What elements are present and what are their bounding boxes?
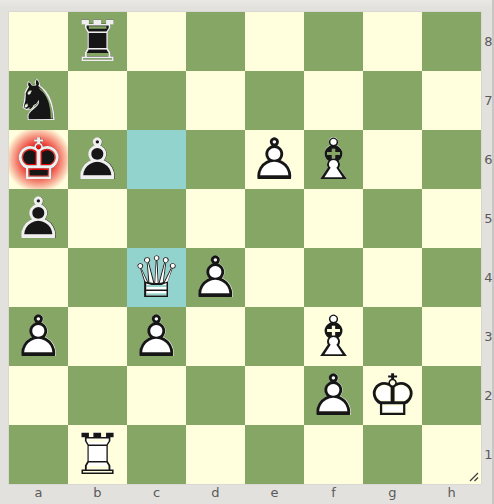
square-d3[interactable] [186, 307, 245, 366]
square-a7[interactable]: ♞♘ [9, 71, 68, 130]
square-c8[interactable] [127, 12, 186, 71]
white-queen[interactable]: ♛♕ [127, 248, 186, 307]
file-label-d: d [186, 483, 245, 501]
black-king[interactable]: ♚♔ [9, 130, 68, 189]
square-g1[interactable] [363, 425, 422, 484]
square-g2[interactable]: ♚♔ [363, 366, 422, 425]
square-a3[interactable]: ♟♙ [9, 307, 68, 366]
square-d7[interactable] [186, 71, 245, 130]
file-label-g: g [363, 483, 422, 501]
square-h6[interactable] [422, 130, 481, 189]
file-label-e: e [245, 483, 304, 501]
chess-board: ♜♖♞♘♚♔♟♙♟♙♝♗♟♙♛♕♟♙♟♙♟♙♝♗♟♙♚♔♜♖ [9, 12, 481, 484]
square-g4[interactable] [363, 248, 422, 307]
black-pawn[interactable]: ♟♙ [68, 130, 127, 189]
white-pawn[interactable]: ♟♙ [9, 307, 68, 366]
square-e8[interactable] [245, 12, 304, 71]
square-e6[interactable]: ♟♙ [245, 130, 304, 189]
knight-glyph-outline: ♘ [9, 71, 68, 130]
rook-glyph-outline: ♖ [68, 12, 127, 71]
square-f8[interactable] [304, 12, 363, 71]
square-d5[interactable] [186, 189, 245, 248]
square-a2[interactable] [9, 366, 68, 425]
black-knight[interactable]: ♞♘ [9, 71, 68, 130]
square-c2[interactable] [127, 366, 186, 425]
square-b8[interactable]: ♜♖ [68, 12, 127, 71]
square-g6[interactable] [363, 130, 422, 189]
pawn-glyph-outline: ♙ [304, 366, 363, 425]
square-g8[interactable] [363, 12, 422, 71]
rook-glyph-outline: ♖ [68, 425, 127, 484]
white-bishop[interactable]: ♝♗ [304, 307, 363, 366]
black-pawn[interactable]: ♟♙ [9, 189, 68, 248]
square-d1[interactable] [186, 425, 245, 484]
file-label-h: h [422, 483, 481, 501]
square-g5[interactable] [363, 189, 422, 248]
file-label-b: b [68, 483, 127, 501]
pawn-glyph-outline: ♙ [68, 130, 127, 189]
square-c7[interactable] [127, 71, 186, 130]
white-pawn[interactable]: ♟♙ [245, 130, 304, 189]
file-label-f: f [304, 483, 363, 501]
white-king[interactable]: ♚♔ [363, 366, 422, 425]
square-b7[interactable] [68, 71, 127, 130]
square-b6[interactable]: ♟♙ [68, 130, 127, 189]
square-f6[interactable]: ♝♗ [304, 130, 363, 189]
square-g7[interactable] [363, 71, 422, 130]
square-h7[interactable] [422, 71, 481, 130]
square-f2[interactable]: ♟♙ [304, 366, 363, 425]
square-a1[interactable] [9, 425, 68, 484]
pawn-glyph-outline: ♙ [9, 307, 68, 366]
pawn-glyph-outline: ♙ [127, 307, 186, 366]
square-h4[interactable] [422, 248, 481, 307]
page: ♜♖♞♘♚♔♟♙♟♙♝♗♟♙♛♕♟♙♟♙♟♙♝♗♟♙♚♔♜♖ 87654321 … [0, 0, 494, 504]
square-e2[interactable] [245, 366, 304, 425]
square-c6[interactable] [127, 130, 186, 189]
pawn-glyph-outline: ♙ [9, 189, 68, 248]
square-c1[interactable] [127, 425, 186, 484]
white-bishop[interactable]: ♝♗ [304, 130, 363, 189]
square-f1[interactable] [304, 425, 363, 484]
square-f5[interactable] [304, 189, 363, 248]
king-glyph-outline: ♔ [9, 130, 68, 189]
square-c5[interactable] [127, 189, 186, 248]
square-e4[interactable] [245, 248, 304, 307]
king-glyph-outline: ♔ [363, 366, 422, 425]
black-rook[interactable]: ♜♖ [68, 12, 127, 71]
square-a5[interactable]: ♟♙ [9, 189, 68, 248]
square-d4[interactable]: ♟♙ [186, 248, 245, 307]
white-pawn[interactable]: ♟♙ [186, 248, 245, 307]
square-d8[interactable] [186, 12, 245, 71]
square-a8[interactable] [9, 12, 68, 71]
square-c3[interactable]: ♟♙ [127, 307, 186, 366]
bishop-glyph-outline: ♗ [304, 307, 363, 366]
square-e5[interactable] [245, 189, 304, 248]
white-pawn[interactable]: ♟♙ [304, 366, 363, 425]
square-h3[interactable] [422, 307, 481, 366]
square-g3[interactable] [363, 307, 422, 366]
square-d2[interactable] [186, 366, 245, 425]
square-h8[interactable] [422, 12, 481, 71]
file-label-c: c [127, 483, 186, 501]
bishop-glyph-outline: ♗ [304, 130, 363, 189]
square-b5[interactable] [68, 189, 127, 248]
square-f4[interactable] [304, 248, 363, 307]
white-rook[interactable]: ♜♖ [68, 425, 127, 484]
pawn-glyph-outline: ♙ [186, 248, 245, 307]
pawn-glyph-outline: ♙ [245, 130, 304, 189]
square-e3[interactable] [245, 307, 304, 366]
square-b1[interactable]: ♜♖ [68, 425, 127, 484]
square-b2[interactable] [68, 366, 127, 425]
square-f3[interactable]: ♝♗ [304, 307, 363, 366]
resize-handle-icon[interactable] [467, 470, 479, 482]
square-e7[interactable] [245, 71, 304, 130]
white-pawn[interactable]: ♟♙ [127, 307, 186, 366]
file-label-a: a [9, 483, 68, 501]
square-c4[interactable]: ♛♕ [127, 248, 186, 307]
square-b3[interactable] [68, 307, 127, 366]
queen-glyph-outline: ♕ [127, 248, 186, 307]
square-d6[interactable] [186, 130, 245, 189]
square-a6[interactable]: ♚♔ [9, 130, 68, 189]
square-f7[interactable] [304, 71, 363, 130]
square-e1[interactable] [245, 425, 304, 484]
square-h2[interactable] [422, 366, 481, 425]
square-h5[interactable] [422, 189, 481, 248]
square-b4[interactable] [68, 248, 127, 307]
square-a4[interactable] [9, 248, 68, 307]
